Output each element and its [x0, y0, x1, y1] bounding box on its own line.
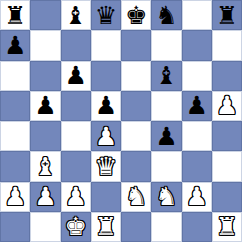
square-h7[interactable] [212, 30, 242, 60]
white-queen-icon[interactable]: ♛ [95, 154, 117, 179]
black-pawn-icon[interactable]: ♟ [64, 63, 86, 88]
square-h8[interactable]: ♜ [212, 0, 242, 30]
black-queen-icon[interactable]: ♛ [95, 3, 117, 28]
square-d3[interactable]: ♛ [91, 151, 121, 181]
black-bishop-icon[interactable]: ♝ [64, 3, 86, 28]
black-king-icon[interactable]: ♚ [125, 3, 147, 28]
square-e3[interactable] [121, 151, 151, 181]
square-c5[interactable] [61, 91, 91, 121]
square-a2[interactable]: ♟ [0, 182, 30, 212]
square-g2[interactable]: ♟ [182, 182, 212, 212]
white-bishop-icon[interactable]: ♝ [34, 154, 56, 179]
white-king-icon[interactable]: ♚ [64, 214, 86, 239]
square-f7[interactable] [151, 30, 181, 60]
square-h5[interactable]: ♟ [212, 91, 242, 121]
square-b3[interactable]: ♝ [30, 151, 60, 181]
square-a8[interactable]: ♜ [0, 0, 30, 30]
square-c3[interactable] [61, 151, 91, 181]
square-f1[interactable] [151, 212, 181, 242]
square-a4[interactable] [0, 121, 30, 151]
square-c1[interactable]: ♚ [61, 212, 91, 242]
square-f4[interactable]: ♟ [151, 121, 181, 151]
black-rook-icon[interactable]: ♜ [216, 3, 238, 28]
square-a5[interactable] [0, 91, 30, 121]
square-e1[interactable] [121, 212, 151, 242]
square-e7[interactable] [121, 30, 151, 60]
square-h3[interactable] [212, 151, 242, 181]
white-knight-icon[interactable]: ♞ [155, 184, 177, 209]
square-e6[interactable] [121, 61, 151, 91]
square-d4[interactable]: ♟ [91, 121, 121, 151]
square-c7[interactable] [61, 30, 91, 60]
white-pawn-icon[interactable]: ♟ [4, 184, 26, 209]
black-pawn-icon[interactable]: ♟ [34, 93, 56, 118]
white-rook-icon[interactable]: ♜ [95, 214, 117, 239]
square-g4[interactable] [182, 121, 212, 151]
square-f5[interactable] [151, 91, 181, 121]
square-a7[interactable]: ♟ [0, 30, 30, 60]
black-pawn-icon[interactable]: ♟ [95, 93, 117, 118]
square-h4[interactable] [212, 121, 242, 151]
chess-board: ♜♝♛♚♞♜♟♟♝♟♟♟♟♟♟♝♛♟♟♟♞♞♟♚♜♜ [0, 0, 242, 242]
black-pawn-icon[interactable]: ♟ [155, 124, 177, 149]
square-b6[interactable] [30, 61, 60, 91]
square-b4[interactable] [30, 121, 60, 151]
white-rook-icon[interactable]: ♜ [216, 214, 238, 239]
square-c6[interactable]: ♟ [61, 61, 91, 91]
square-f2[interactable]: ♞ [151, 182, 181, 212]
white-pawn-icon[interactable]: ♟ [34, 184, 56, 209]
square-h2[interactable] [212, 182, 242, 212]
square-f6[interactable]: ♝ [151, 61, 181, 91]
square-d6[interactable] [91, 61, 121, 91]
square-d5[interactable]: ♟ [91, 91, 121, 121]
white-pawn-icon[interactable]: ♟ [64, 184, 86, 209]
square-b1[interactable] [30, 212, 60, 242]
square-g8[interactable] [182, 0, 212, 30]
square-b7[interactable] [30, 30, 60, 60]
black-pawn-icon[interactable]: ♟ [4, 33, 26, 58]
square-g3[interactable] [182, 151, 212, 181]
square-h1[interactable]: ♜ [212, 212, 242, 242]
black-knight-icon[interactable]: ♞ [155, 3, 177, 28]
black-pawn-icon[interactable]: ♟ [185, 93, 207, 118]
square-d7[interactable] [91, 30, 121, 60]
square-b5[interactable]: ♟ [30, 91, 60, 121]
square-g7[interactable] [182, 30, 212, 60]
square-a6[interactable] [0, 61, 30, 91]
square-g1[interactable] [182, 212, 212, 242]
square-e5[interactable] [121, 91, 151, 121]
square-c2[interactable]: ♟ [61, 182, 91, 212]
black-bishop-icon[interactable]: ♝ [155, 63, 177, 88]
white-pawn-icon[interactable]: ♟ [95, 124, 117, 149]
square-b2[interactable]: ♟ [30, 182, 60, 212]
black-rook-icon[interactable]: ♜ [4, 3, 26, 28]
white-knight-icon[interactable]: ♞ [125, 184, 147, 209]
square-d8[interactable]: ♛ [91, 0, 121, 30]
square-e4[interactable] [121, 121, 151, 151]
square-a1[interactable] [0, 212, 30, 242]
square-c8[interactable]: ♝ [61, 0, 91, 30]
square-g6[interactable] [182, 61, 212, 91]
white-pawn-icon[interactable]: ♟ [185, 184, 207, 209]
white-pawn-icon[interactable]: ♟ [216, 93, 238, 118]
square-e2[interactable]: ♞ [121, 182, 151, 212]
square-g5[interactable]: ♟ [182, 91, 212, 121]
square-d2[interactable] [91, 182, 121, 212]
square-f3[interactable] [151, 151, 181, 181]
square-h6[interactable] [212, 61, 242, 91]
square-d1[interactable]: ♜ [91, 212, 121, 242]
square-f8[interactable]: ♞ [151, 0, 181, 30]
square-e8[interactable]: ♚ [121, 0, 151, 30]
square-c4[interactable] [61, 121, 91, 151]
square-a3[interactable] [0, 151, 30, 181]
square-b8[interactable] [30, 0, 60, 30]
